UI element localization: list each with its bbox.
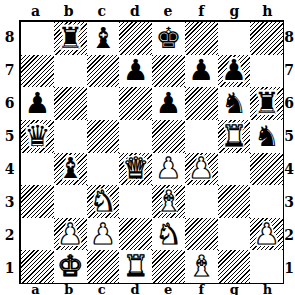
piece-black-pawn: ♟ xyxy=(155,89,181,118)
square-c4[interactable] xyxy=(87,153,120,186)
piece-black-pawn: ♟ xyxy=(123,56,149,85)
files-bottom-d: d xyxy=(118,283,151,295)
piece-black-pawn: ♟ xyxy=(188,56,214,85)
file-labels-top: abcdefgh xyxy=(19,0,284,20)
files-top-g: g xyxy=(218,0,251,20)
chess-board: ♜♝♚♟♟♟♟♟♞♜♛♜♞♝♛♟♟♞♝♟♟♞♟♚♜♝ xyxy=(19,20,284,284)
files-top-b: b xyxy=(52,0,85,20)
ranks-left-5: 5 xyxy=(0,119,19,152)
square-f5[interactable] xyxy=(185,120,218,153)
ranks-right-1: 1 xyxy=(283,251,295,284)
square-g7[interactable]: ♟ xyxy=(218,55,251,88)
square-a5[interactable]: ♛ xyxy=(21,120,54,153)
square-c1[interactable] xyxy=(87,250,120,283)
square-e8[interactable]: ♚ xyxy=(152,22,185,55)
square-h1[interactable] xyxy=(250,250,283,283)
square-e3[interactable]: ♝ xyxy=(152,185,185,218)
square-a7[interactable] xyxy=(21,55,54,88)
square-d4[interactable]: ♛ xyxy=(119,153,152,186)
files-bottom-f: f xyxy=(185,283,218,295)
piece-white-pawn: ♟ xyxy=(188,154,214,183)
square-f6[interactable] xyxy=(185,87,218,120)
square-g1[interactable] xyxy=(218,250,251,283)
square-e2[interactable]: ♞ xyxy=(152,218,185,251)
square-h6[interactable]: ♜ xyxy=(250,87,283,120)
piece-white-pawn: ♟ xyxy=(57,220,83,249)
rank-labels-left: 87654321 xyxy=(0,20,19,284)
ranks-left-3: 3 xyxy=(0,185,19,218)
square-g8[interactable] xyxy=(218,22,251,55)
files-top-f: f xyxy=(185,0,218,20)
files-bottom-c: c xyxy=(85,283,118,295)
square-d1[interactable]: ♜ xyxy=(119,250,152,283)
square-e6[interactable]: ♟ xyxy=(152,87,185,120)
piece-black-bishop: ♝ xyxy=(57,154,83,183)
ranks-left-2: 2 xyxy=(0,218,19,251)
ranks-right-6: 6 xyxy=(283,86,295,119)
piece-white-pawn: ♟ xyxy=(155,154,181,183)
ranks-right-5: 5 xyxy=(283,119,295,152)
square-b4[interactable]: ♝ xyxy=(54,153,87,186)
square-g6[interactable]: ♞ xyxy=(218,87,251,120)
square-b3[interactable] xyxy=(54,185,87,218)
square-g2[interactable] xyxy=(218,218,251,251)
square-c5[interactable] xyxy=(87,120,120,153)
piece-white-rook: ♜ xyxy=(221,122,247,151)
square-a2[interactable] xyxy=(21,218,54,251)
square-f3[interactable] xyxy=(185,185,218,218)
ranks-right-8: 8 xyxy=(283,20,295,53)
square-h7[interactable] xyxy=(250,55,283,88)
square-f4[interactable]: ♟ xyxy=(185,153,218,186)
ranks-left-8: 8 xyxy=(0,20,19,53)
square-a6[interactable]: ♟ xyxy=(21,87,54,120)
square-h5[interactable]: ♞ xyxy=(250,120,283,153)
square-e1[interactable] xyxy=(152,250,185,283)
square-b8[interactable]: ♜ xyxy=(54,22,87,55)
files-top-d: d xyxy=(118,0,151,20)
square-g3[interactable] xyxy=(218,185,251,218)
square-g4[interactable] xyxy=(218,153,251,186)
square-d6[interactable] xyxy=(119,87,152,120)
files-bottom-a: a xyxy=(19,283,52,295)
files-top-c: c xyxy=(85,0,118,20)
square-e7[interactable] xyxy=(152,55,185,88)
piece-white-knight: ♞ xyxy=(155,220,181,249)
piece-white-rook: ♜ xyxy=(123,252,149,281)
piece-black-knight: ♞ xyxy=(254,122,280,151)
square-e5[interactable] xyxy=(152,120,185,153)
square-c7[interactable] xyxy=(87,55,120,88)
ranks-left-7: 7 xyxy=(0,53,19,86)
square-a4[interactable] xyxy=(21,153,54,186)
square-f1[interactable]: ♝ xyxy=(185,250,218,283)
square-d2[interactable] xyxy=(119,218,152,251)
rank-labels-right: 87654321 xyxy=(283,20,295,284)
square-f2[interactable] xyxy=(185,218,218,251)
square-d7[interactable]: ♟ xyxy=(119,55,152,88)
files-bottom-h: h xyxy=(251,283,284,295)
piece-black-rook: ♜ xyxy=(254,89,280,118)
square-b6[interactable] xyxy=(54,87,87,120)
ranks-left-1: 1 xyxy=(0,251,19,284)
files-bottom-b: b xyxy=(52,283,85,295)
square-h4[interactable] xyxy=(250,153,283,186)
square-d5[interactable] xyxy=(119,120,152,153)
square-c3[interactable]: ♞ xyxy=(87,185,120,218)
square-b2[interactable]: ♟ xyxy=(54,218,87,251)
square-a3[interactable] xyxy=(21,185,54,218)
square-f7[interactable]: ♟ xyxy=(185,55,218,88)
square-b5[interactable] xyxy=(54,120,87,153)
piece-black-king: ♚ xyxy=(155,24,181,53)
square-c8[interactable]: ♝ xyxy=(87,22,120,55)
file-labels-bottom: abcdefgh xyxy=(19,283,284,295)
square-h2[interactable]: ♟ xyxy=(250,218,283,251)
piece-black-pawn: ♟ xyxy=(221,56,247,85)
ranks-right-7: 7 xyxy=(283,53,295,86)
files-bottom-e: e xyxy=(152,283,185,295)
piece-black-knight: ♞ xyxy=(221,89,247,118)
square-a8[interactable] xyxy=(21,22,54,55)
square-g5[interactable]: ♜ xyxy=(218,120,251,153)
files-bottom-g: g xyxy=(218,283,251,295)
square-d8[interactable] xyxy=(119,22,152,55)
piece-white-queen: ♛ xyxy=(123,154,149,183)
piece-black-bishop: ♝ xyxy=(90,24,116,53)
ranks-right-3: 3 xyxy=(283,185,295,218)
files-top-a: a xyxy=(19,0,52,20)
piece-black-queen: ♛ xyxy=(24,122,50,151)
piece-white-pawn: ♟ xyxy=(254,220,280,249)
square-d3[interactable] xyxy=(119,185,152,218)
files-top-e: e xyxy=(152,0,185,20)
ranks-left-4: 4 xyxy=(0,152,19,185)
chess-diagram: abcdefgh 87654321 ♜♝♚♟♟♟♟♟♞♜♛♜♞♝♛♟♟♞♝♟♟♞… xyxy=(0,0,295,295)
piece-white-knight: ♞ xyxy=(90,187,116,216)
square-c2[interactable]: ♟ xyxy=(87,218,120,251)
square-e4[interactable]: ♟ xyxy=(152,153,185,186)
square-h3[interactable] xyxy=(250,185,283,218)
square-c6[interactable] xyxy=(87,87,120,120)
files-top-h: h xyxy=(251,0,284,20)
piece-white-bishop: ♝ xyxy=(188,252,214,281)
ranks-right-4: 4 xyxy=(283,152,295,185)
square-b7[interactable] xyxy=(54,55,87,88)
piece-black-rook: ♜ xyxy=(57,24,83,53)
piece-white-king: ♚ xyxy=(57,252,83,281)
square-a1[interactable] xyxy=(21,250,54,283)
ranks-left-6: 6 xyxy=(0,86,19,119)
square-h8[interactable] xyxy=(250,22,283,55)
piece-white-pawn: ♟ xyxy=(90,220,116,249)
square-b1[interactable]: ♚ xyxy=(54,250,87,283)
piece-black-pawn: ♟ xyxy=(24,89,50,118)
piece-white-bishop: ♝ xyxy=(155,187,181,216)
ranks-right-2: 2 xyxy=(283,218,295,251)
square-f8[interactable] xyxy=(185,22,218,55)
